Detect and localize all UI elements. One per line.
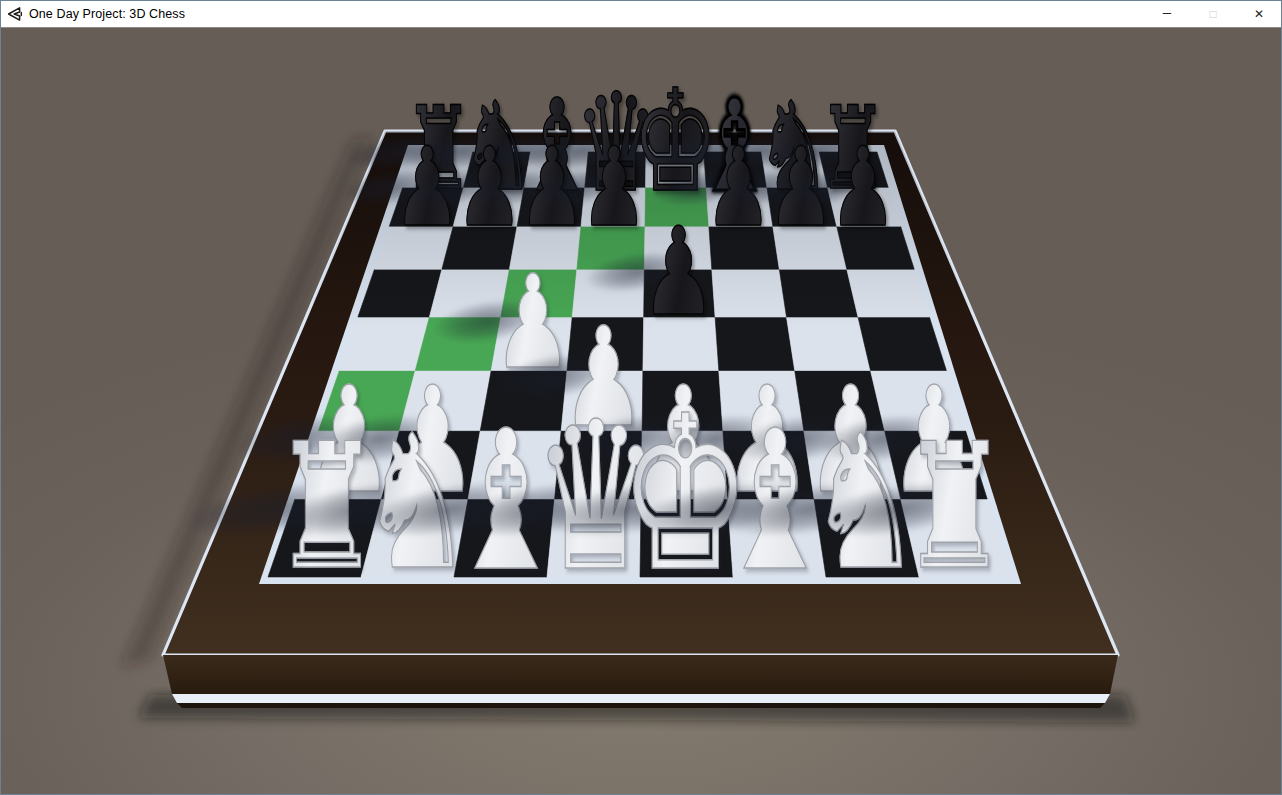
scene-3d-viewport: ♜♞♝♛♚♝♞♜♟♟♟♟♟♟♟♟♟♟♟♟♟♟♟♟♜♞♝♛♚♝♞♜ [0, 27, 1282, 795]
close-icon: ✕ [1254, 7, 1264, 21]
board-base-white-band [172, 694, 1110, 703]
piece-white-rook-h1[interactable]: ♜ [901, 420, 1008, 593]
maximize-icon: □ [1209, 7, 1216, 21]
board-base-dark-strip [177, 703, 1105, 708]
piece-black-pawn-d7[interactable]: ♟ [580, 135, 648, 244]
piece-black-pawn-b7[interactable]: ♟ [456, 135, 524, 244]
piece-black-pawn-a7[interactable]: ♟ [394, 135, 462, 244]
piece-black-pawn-c7[interactable]: ♟ [518, 135, 586, 244]
maximize-button[interactable]: □ [1190, 0, 1236, 27]
unity-logo-icon [7, 6, 23, 22]
minimize-icon: – [1163, 3, 1171, 20]
minimize-button[interactable]: – [1144, 0, 1190, 27]
close-button[interactable]: ✕ [1236, 0, 1282, 27]
titlebar: One Day Project: 3D Chess – □ ✕ [0, 0, 1282, 28]
piece-black-pawn-g7[interactable]: ♟ [767, 135, 835, 244]
piece-black-pawn-e5[interactable]: ♟ [641, 212, 716, 334]
window-title: One Day Project: 3D Chess [29, 7, 185, 21]
board-side-face [163, 655, 1118, 694]
piece-black-pawn-h7[interactable]: ♟ [829, 135, 897, 244]
window-controls: – □ ✕ [1144, 0, 1282, 27]
